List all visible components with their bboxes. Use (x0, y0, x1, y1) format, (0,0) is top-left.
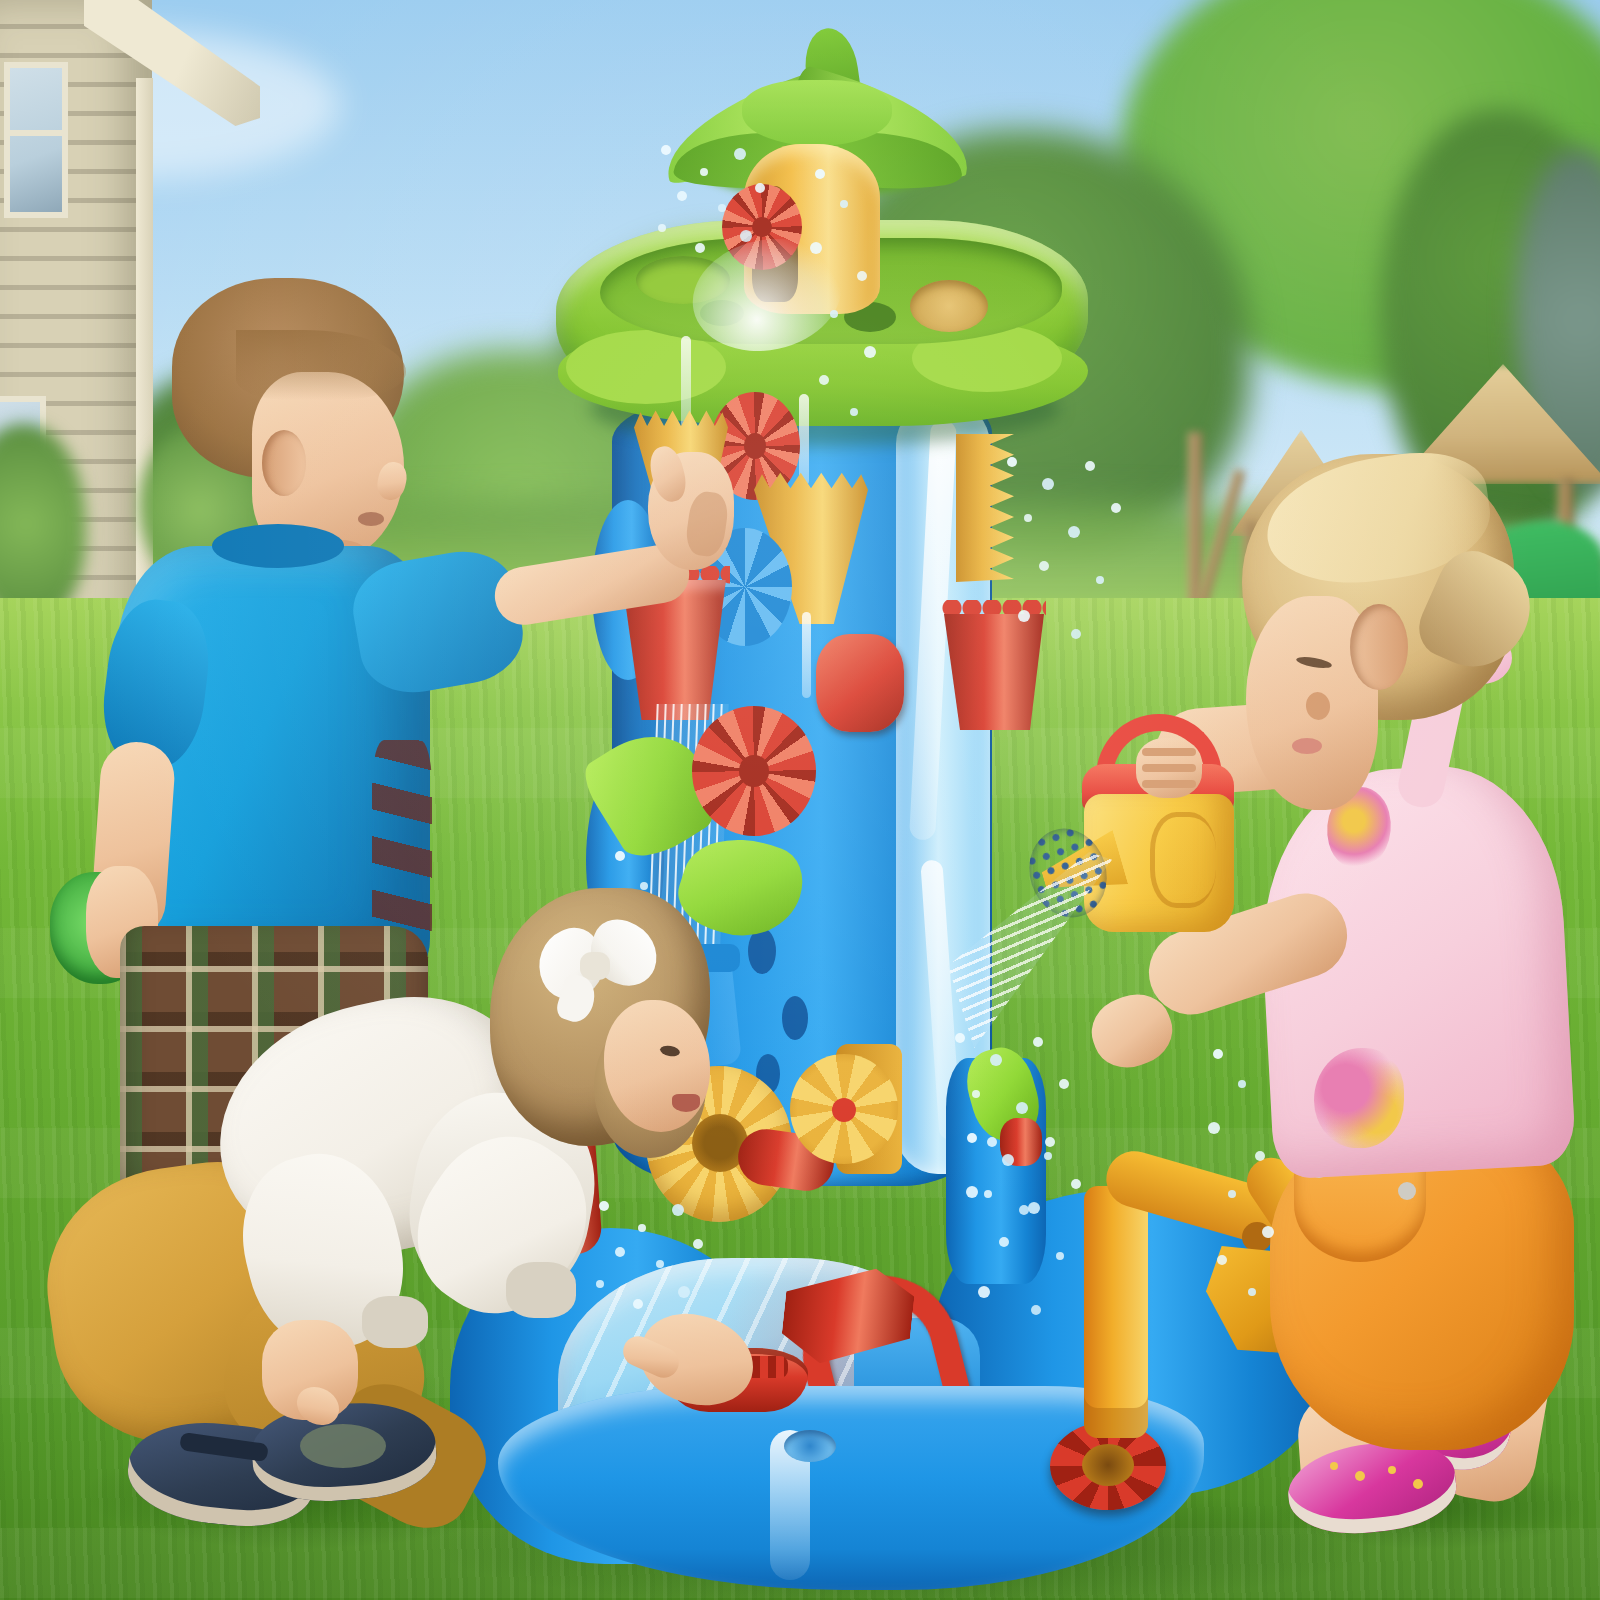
girl-left-cuff (362, 1296, 428, 1348)
shoe-camo-patch (300, 1424, 386, 1468)
pool-splash-droplets (586, 1196, 594, 1204)
stream-out-cup2 (802, 612, 811, 698)
tower-oval-2 (782, 996, 808, 1040)
red-cup-right (944, 614, 1044, 730)
water-wheel-middle (692, 706, 816, 836)
splash-droplets-left (648, 140, 656, 148)
girl-bow-knot (580, 952, 610, 980)
girl-right-cuff (506, 1262, 576, 1318)
tray-well-tan (910, 280, 988, 332)
sandal-flower-dots (1330, 1462, 1338, 1470)
excavator-swivel-hub (1082, 1444, 1134, 1486)
finger-line (1142, 748, 1196, 756)
toddler-lips (1292, 738, 1322, 754)
excavator-droplets (1204, 1040, 1212, 1048)
spray-droplets (948, 1020, 956, 1028)
can-panel-line (1150, 812, 1216, 908)
stream-into-cup2 (799, 394, 809, 486)
boy-mouth (358, 512, 384, 526)
excavator-pivot-bolt (1242, 1222, 1272, 1252)
right-leg-red-bit (1000, 1118, 1042, 1166)
basin-drain-hole (784, 1430, 836, 1462)
toddler-fingers-on-handle (1136, 738, 1202, 798)
photo-canvas (0, 0, 1600, 1600)
top-print-butterfly (1314, 1048, 1404, 1148)
droplets-right-of-tower (1000, 444, 1008, 452)
window-upper-sash (8, 130, 64, 136)
red-paddle-tab (816, 634, 904, 732)
pocket-rivet-2 (1398, 1182, 1416, 1200)
palm-frond-center (742, 80, 892, 146)
boy-shirt-collar (212, 524, 344, 568)
droplets-right-leg (960, 1120, 968, 1128)
window-upper (4, 62, 68, 218)
boy-ear (262, 430, 306, 496)
droplets-waterfall (606, 842, 614, 850)
trunk-droplets-right (806, 160, 814, 168)
flower-wheel-hub (832, 1098, 856, 1122)
toddler-ear (1350, 604, 1408, 690)
girl-mouth (672, 1094, 700, 1112)
excavator-column (1084, 1186, 1148, 1438)
